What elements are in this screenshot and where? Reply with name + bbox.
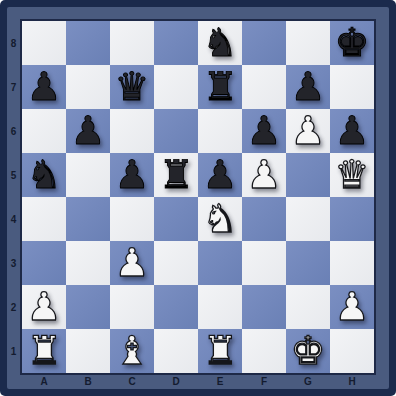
piece-black-pawn[interactable]: ♟ [203, 153, 238, 197]
square-e7[interactable]: ♜ [198, 65, 242, 109]
rank-label-2: 2 [7, 285, 20, 329]
square-h4[interactable] [330, 197, 374, 241]
square-b2[interactable] [66, 285, 110, 329]
square-f3[interactable] [242, 241, 286, 285]
square-c6[interactable] [110, 109, 154, 153]
file-label-f: F [242, 374, 286, 389]
square-e2[interactable] [198, 285, 242, 329]
square-f6[interactable]: ♟ [242, 109, 286, 153]
piece-black-pawn[interactable]: ♟ [27, 65, 62, 109]
piece-white-bishop[interactable]: ♝ [115, 329, 150, 373]
square-g3[interactable] [286, 241, 330, 285]
square-a8[interactable] [22, 21, 66, 65]
file-label-g: G [286, 374, 330, 389]
piece-black-pawn[interactable]: ♟ [71, 109, 106, 153]
square-e1[interactable]: ♜ [198, 329, 242, 373]
square-h5[interactable]: ♛ [330, 153, 374, 197]
square-c3[interactable]: ♟ [110, 241, 154, 285]
square-d6[interactable] [154, 109, 198, 153]
chess-board: ♞♚♟♛♜♟♟♟♟♟♞♟♜♟♟♛♞♟♟♟♜♝♜♚ [20, 19, 376, 375]
piece-black-knight[interactable]: ♞ [27, 153, 62, 197]
square-a6[interactable] [22, 109, 66, 153]
square-c4[interactable] [110, 197, 154, 241]
piece-white-pawn[interactable]: ♟ [247, 153, 282, 197]
square-d4[interactable] [154, 197, 198, 241]
square-c8[interactable] [110, 21, 154, 65]
square-d7[interactable] [154, 65, 198, 109]
piece-white-pawn[interactable]: ♟ [27, 285, 62, 329]
square-a1[interactable]: ♜ [22, 329, 66, 373]
square-f2[interactable] [242, 285, 286, 329]
square-e4[interactable]: ♞ [198, 197, 242, 241]
piece-white-pawn[interactable]: ♟ [291, 109, 326, 153]
square-h7[interactable] [330, 65, 374, 109]
square-a2[interactable]: ♟ [22, 285, 66, 329]
square-e3[interactable] [198, 241, 242, 285]
square-c1[interactable]: ♝ [110, 329, 154, 373]
piece-white-rook[interactable]: ♜ [27, 329, 62, 373]
square-c7[interactable]: ♛ [110, 65, 154, 109]
square-f7[interactable] [242, 65, 286, 109]
square-h6[interactable]: ♟ [330, 109, 374, 153]
square-e6[interactable] [198, 109, 242, 153]
square-f5[interactable]: ♟ [242, 153, 286, 197]
file-label-c: C [110, 374, 154, 389]
square-b8[interactable] [66, 21, 110, 65]
rank-label-7: 7 [7, 65, 20, 109]
square-b5[interactable] [66, 153, 110, 197]
square-a5[interactable]: ♞ [22, 153, 66, 197]
square-b6[interactable]: ♟ [66, 109, 110, 153]
rank-label-4: 4 [7, 197, 20, 241]
square-g2[interactable] [286, 285, 330, 329]
square-b3[interactable] [66, 241, 110, 285]
square-g4[interactable] [286, 197, 330, 241]
rank-label-5: 5 [7, 153, 20, 197]
piece-white-king[interactable]: ♚ [291, 329, 326, 373]
square-d3[interactable] [154, 241, 198, 285]
square-a4[interactable] [22, 197, 66, 241]
piece-white-queen[interactable]: ♛ [335, 153, 370, 197]
rank-label-6: 6 [7, 109, 20, 153]
rank-label-8: 8 [7, 21, 20, 65]
square-f1[interactable] [242, 329, 286, 373]
square-f4[interactable] [242, 197, 286, 241]
piece-black-pawn[interactable]: ♟ [115, 153, 150, 197]
piece-black-king[interactable]: ♚ [335, 21, 370, 65]
square-h2[interactable]: ♟ [330, 285, 374, 329]
file-label-h: H [330, 374, 374, 389]
square-g1[interactable]: ♚ [286, 329, 330, 373]
square-g8[interactable] [286, 21, 330, 65]
file-label-b: B [66, 374, 110, 389]
piece-white-rook[interactable]: ♜ [203, 329, 238, 373]
piece-black-knight[interactable]: ♞ [203, 21, 238, 65]
piece-black-pawn[interactable]: ♟ [291, 65, 326, 109]
square-d8[interactable] [154, 21, 198, 65]
file-label-a: A [22, 374, 66, 389]
square-g6[interactable]: ♟ [286, 109, 330, 153]
square-f8[interactable] [242, 21, 286, 65]
rank-label-3: 3 [7, 241, 20, 285]
square-d5[interactable]: ♜ [154, 153, 198, 197]
square-e8[interactable]: ♞ [198, 21, 242, 65]
file-label-d: D [154, 374, 198, 389]
square-g7[interactable]: ♟ [286, 65, 330, 109]
chess-board-widget: ♞♚♟♛♜♟♟♟♟♟♞♟♜♟♟♛♞♟♟♟♜♝♜♚ 87654321 ABCDEF… [0, 0, 396, 396]
piece-black-rook[interactable]: ♜ [159, 153, 194, 197]
piece-black-pawn[interactable]: ♟ [335, 109, 370, 153]
square-b7[interactable] [66, 65, 110, 109]
square-h1[interactable] [330, 329, 374, 373]
square-h8[interactable]: ♚ [330, 21, 374, 65]
square-g5[interactable] [286, 153, 330, 197]
square-e5[interactable]: ♟ [198, 153, 242, 197]
square-c2[interactable] [110, 285, 154, 329]
file-label-e: E [198, 374, 242, 389]
piece-black-rook[interactable]: ♜ [203, 65, 238, 109]
piece-black-queen[interactable]: ♛ [115, 65, 150, 109]
piece-white-pawn[interactable]: ♟ [335, 285, 370, 329]
square-d1[interactable] [154, 329, 198, 373]
square-c5[interactable]: ♟ [110, 153, 154, 197]
square-d2[interactable] [154, 285, 198, 329]
rank-label-1: 1 [7, 329, 20, 373]
piece-black-pawn[interactable]: ♟ [247, 109, 282, 153]
square-b4[interactable] [66, 197, 110, 241]
square-a7[interactable]: ♟ [22, 65, 66, 109]
square-h3[interactable] [330, 241, 374, 285]
square-a3[interactable] [22, 241, 66, 285]
piece-white-pawn[interactable]: ♟ [115, 241, 150, 285]
piece-white-knight[interactable]: ♞ [203, 197, 238, 241]
square-b1[interactable] [66, 329, 110, 373]
